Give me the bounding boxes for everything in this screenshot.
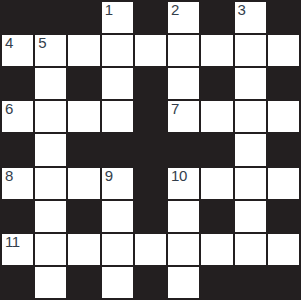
- block-cell: [68, 2, 99, 33]
- letter-cell[interactable]: [35, 134, 66, 165]
- block-cell: [235, 267, 266, 298]
- letter-cell[interactable]: [68, 35, 99, 66]
- clue-number: 3: [238, 2, 246, 18]
- letter-cell[interactable]: [35, 234, 66, 265]
- letter-cell[interactable]: [235, 201, 266, 232]
- clue-number: 11: [5, 234, 20, 250]
- letter-cell[interactable]: 4: [2, 35, 33, 66]
- letter-cell[interactable]: [135, 234, 166, 265]
- block-cell: [268, 201, 299, 232]
- block-cell: [135, 168, 166, 199]
- letter-cell[interactable]: [201, 101, 232, 132]
- letter-cell[interactable]: [235, 68, 266, 99]
- letter-cell[interactable]: [35, 101, 66, 132]
- letter-cell[interactable]: [102, 201, 133, 232]
- clue-number: 4: [5, 35, 13, 51]
- block-cell: [268, 2, 299, 33]
- clue-number: 1: [105, 2, 113, 18]
- letter-cell[interactable]: 5: [35, 35, 66, 66]
- letter-cell[interactable]: [168, 35, 199, 66]
- block-cell: [268, 68, 299, 99]
- block-cell: [135, 134, 166, 165]
- letter-cell[interactable]: [102, 35, 133, 66]
- letter-cell[interactable]: [168, 201, 199, 232]
- letter-cell[interactable]: [135, 35, 166, 66]
- letter-cell[interactable]: [102, 68, 133, 99]
- letter-cell[interactable]: [68, 168, 99, 199]
- letter-cell[interactable]: 10: [168, 168, 199, 199]
- letter-cell[interactable]: [168, 267, 199, 298]
- block-cell: [2, 267, 33, 298]
- letter-cell[interactable]: 7: [168, 101, 199, 132]
- letter-cell[interactable]: [235, 168, 266, 199]
- block-cell: [201, 201, 232, 232]
- letter-cell[interactable]: [268, 168, 299, 199]
- letter-cell[interactable]: 8: [2, 168, 33, 199]
- block-cell: [135, 2, 166, 33]
- letter-cell[interactable]: [268, 35, 299, 66]
- letter-cell[interactable]: [268, 234, 299, 265]
- block-cell: [201, 134, 232, 165]
- block-cell: [68, 267, 99, 298]
- letter-cell[interactable]: [201, 168, 232, 199]
- block-cell: [68, 134, 99, 165]
- block-cell: [2, 134, 33, 165]
- block-cell: [135, 101, 166, 132]
- letter-cell[interactable]: [268, 101, 299, 132]
- clue-number: 7: [171, 101, 179, 117]
- block-cell: [2, 68, 33, 99]
- block-cell: [168, 134, 199, 165]
- block-cell: [68, 201, 99, 232]
- block-cell: [2, 2, 33, 33]
- block-cell: [201, 267, 232, 298]
- letter-cell[interactable]: [235, 101, 266, 132]
- letter-cell[interactable]: [102, 267, 133, 298]
- letter-cell[interactable]: 1: [102, 2, 133, 33]
- letter-cell[interactable]: [35, 168, 66, 199]
- block-cell: [268, 267, 299, 298]
- letter-cell[interactable]: [35, 201, 66, 232]
- letter-cell[interactable]: 9: [102, 168, 133, 199]
- letter-cell[interactable]: [68, 101, 99, 132]
- block-cell: [135, 68, 166, 99]
- block-cell: [135, 267, 166, 298]
- clue-number: 9: [105, 168, 113, 184]
- clue-number: 5: [38, 35, 46, 51]
- block-cell: [35, 2, 66, 33]
- letter-cell[interactable]: [235, 134, 266, 165]
- clue-number: 2: [171, 2, 179, 18]
- block-cell: [102, 134, 133, 165]
- letter-cell[interactable]: [235, 35, 266, 66]
- block-cell: [2, 201, 33, 232]
- letter-cell[interactable]: [102, 234, 133, 265]
- letter-cell[interactable]: [168, 234, 199, 265]
- letter-cell[interactable]: [235, 234, 266, 265]
- block-cell: [68, 68, 99, 99]
- letter-cell[interactable]: [35, 68, 66, 99]
- letter-cell[interactable]: [168, 68, 199, 99]
- clue-number: 10: [171, 168, 187, 184]
- block-cell: [201, 68, 232, 99]
- letter-cell[interactable]: [201, 35, 232, 66]
- letter-cell[interactable]: 3: [235, 2, 266, 33]
- crossword-grid: 1234567891011: [0, 0, 301, 300]
- letter-cell[interactable]: 11: [2, 234, 33, 265]
- block-cell: [268, 134, 299, 165]
- clue-number: 6: [5, 101, 13, 117]
- letter-cell[interactable]: [201, 234, 232, 265]
- letter-cell[interactable]: 6: [2, 101, 33, 132]
- clue-number: 8: [5, 168, 13, 184]
- block-cell: [135, 201, 166, 232]
- block-cell: [201, 2, 232, 33]
- letter-cell[interactable]: [68, 234, 99, 265]
- letter-cell[interactable]: 2: [168, 2, 199, 33]
- letter-cell[interactable]: [102, 101, 133, 132]
- letter-cell[interactable]: [35, 267, 66, 298]
